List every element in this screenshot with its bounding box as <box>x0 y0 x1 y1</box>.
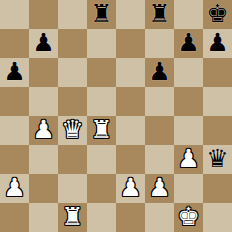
square-e8[interactable] <box>116 0 145 29</box>
square-d7[interactable] <box>87 29 116 58</box>
piece-black-pawn-g7[interactable]: ♟ <box>177 30 199 55</box>
square-g2[interactable] <box>174 174 203 203</box>
piece-black-pawn-h7[interactable]: ♟ <box>206 30 228 55</box>
square-h1[interactable] <box>203 203 232 232</box>
square-c8[interactable] <box>58 0 87 29</box>
square-a6[interactable]: ♟ <box>0 58 29 87</box>
square-a5[interactable] <box>0 87 29 116</box>
piece-white-queen-c4[interactable]: ♛ <box>61 117 83 142</box>
piece-black-pawn-a6[interactable]: ♟ <box>3 59 25 84</box>
square-b1[interactable] <box>29 203 58 232</box>
square-h5[interactable] <box>203 87 232 116</box>
piece-white-rook-c1[interactable]: ♜ <box>61 204 83 229</box>
piece-black-queen-h3[interactable]: ♛ <box>206 146 228 171</box>
square-c4[interactable]: ♛ <box>58 116 87 145</box>
square-b5[interactable] <box>29 87 58 116</box>
square-d6[interactable] <box>87 58 116 87</box>
square-c7[interactable] <box>58 29 87 58</box>
piece-black-pawn-b7[interactable]: ♟ <box>32 30 54 55</box>
piece-white-king-g1[interactable]: ♚ <box>177 204 199 229</box>
square-a4[interactable] <box>0 116 29 145</box>
square-f8[interactable]: ♜ <box>145 0 174 29</box>
piece-white-rook-d4[interactable]: ♜ <box>90 117 112 142</box>
square-h7[interactable]: ♟ <box>203 29 232 58</box>
square-e4[interactable] <box>116 116 145 145</box>
piece-white-pawn-e2[interactable]: ♟ <box>119 175 141 200</box>
square-e5[interactable] <box>116 87 145 116</box>
piece-black-rook-d8[interactable]: ♜ <box>90 1 112 26</box>
square-h4[interactable] <box>203 116 232 145</box>
square-a8[interactable] <box>0 0 29 29</box>
square-g5[interactable] <box>174 87 203 116</box>
square-a3[interactable] <box>0 145 29 174</box>
square-g6[interactable] <box>174 58 203 87</box>
square-c1[interactable]: ♜ <box>58 203 87 232</box>
square-b6[interactable] <box>29 58 58 87</box>
square-h3[interactable]: ♛ <box>203 145 232 174</box>
square-c5[interactable] <box>58 87 87 116</box>
square-d8[interactable]: ♜ <box>87 0 116 29</box>
square-f7[interactable] <box>145 29 174 58</box>
square-f1[interactable] <box>145 203 174 232</box>
piece-black-rook-f8[interactable]: ♜ <box>148 1 170 26</box>
piece-white-pawn-a2[interactable]: ♟ <box>3 175 25 200</box>
square-e7[interactable] <box>116 29 145 58</box>
square-h8[interactable]: ♚ <box>203 0 232 29</box>
square-b8[interactable] <box>29 0 58 29</box>
square-d4[interactable]: ♜ <box>87 116 116 145</box>
piece-black-king-h8[interactable]: ♚ <box>206 1 228 26</box>
piece-black-pawn-f6[interactable]: ♟ <box>148 59 170 84</box>
square-f4[interactable] <box>145 116 174 145</box>
square-d2[interactable] <box>87 174 116 203</box>
square-e2[interactable]: ♟ <box>116 174 145 203</box>
square-e6[interactable] <box>116 58 145 87</box>
chess-board: ♜♜♚♟♟♟♟♟♟♛♜♟♛♟♟♟♜♚ <box>0 0 232 232</box>
square-a2[interactable]: ♟ <box>0 174 29 203</box>
square-c6[interactable] <box>58 58 87 87</box>
square-b3[interactable] <box>29 145 58 174</box>
square-c3[interactable] <box>58 145 87 174</box>
square-f3[interactable] <box>145 145 174 174</box>
square-d5[interactable] <box>87 87 116 116</box>
square-e1[interactable] <box>116 203 145 232</box>
square-b7[interactable]: ♟ <box>29 29 58 58</box>
piece-white-pawn-f2[interactable]: ♟ <box>148 175 170 200</box>
square-h2[interactable] <box>203 174 232 203</box>
square-f6[interactable]: ♟ <box>145 58 174 87</box>
square-g7[interactable]: ♟ <box>174 29 203 58</box>
square-f5[interactable] <box>145 87 174 116</box>
square-d1[interactable] <box>87 203 116 232</box>
piece-white-pawn-b4[interactable]: ♟ <box>32 117 54 142</box>
square-b4[interactable]: ♟ <box>29 116 58 145</box>
square-h6[interactable] <box>203 58 232 87</box>
square-e3[interactable] <box>116 145 145 174</box>
square-g8[interactable] <box>174 0 203 29</box>
square-b2[interactable] <box>29 174 58 203</box>
square-f2[interactable]: ♟ <box>145 174 174 203</box>
square-g1[interactable]: ♚ <box>174 203 203 232</box>
piece-white-pawn-g3[interactable]: ♟ <box>177 146 199 171</box>
square-d3[interactable] <box>87 145 116 174</box>
square-a1[interactable] <box>0 203 29 232</box>
square-c2[interactable] <box>58 174 87 203</box>
square-g3[interactable]: ♟ <box>174 145 203 174</box>
square-a7[interactable] <box>0 29 29 58</box>
square-g4[interactable] <box>174 116 203 145</box>
